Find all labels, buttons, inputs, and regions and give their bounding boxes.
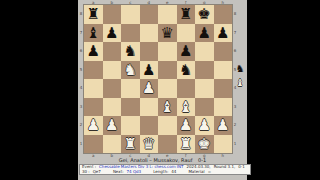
piece-black-pawn: ♟ xyxy=(179,42,192,61)
square-c4[interactable] xyxy=(121,79,140,98)
square-c7[interactable] xyxy=(121,24,140,43)
square-e7[interactable]: ♛ xyxy=(158,24,177,43)
square-a7[interactable]: ♝ xyxy=(84,24,103,43)
piece-white-pawn: ♟ xyxy=(216,116,229,135)
piece-black-knight: ♞ xyxy=(179,61,192,80)
square-b2[interactable]: ♟ xyxy=(103,116,122,135)
square-d8[interactable] xyxy=(140,5,159,24)
square-f3[interactable]: ♝ xyxy=(177,98,196,117)
square-e2[interactable] xyxy=(158,116,177,135)
square-a5[interactable] xyxy=(84,61,103,80)
piece-black-king: ♚ xyxy=(198,5,211,24)
square-d7[interactable] xyxy=(140,24,159,43)
piece-black-knight: ♞ xyxy=(124,42,137,61)
piece-white-knight: ♞ xyxy=(124,61,137,80)
square-b4[interactable] xyxy=(103,79,122,98)
players-separator: – xyxy=(149,157,152,163)
piece-white-queen: ♛ xyxy=(142,135,155,154)
square-b8[interactable] xyxy=(103,5,122,24)
square-a3[interactable] xyxy=(84,98,103,117)
piece-white-pawn: ♟ xyxy=(142,79,155,98)
square-h3[interactable] xyxy=(214,98,233,117)
square-e4[interactable] xyxy=(158,79,177,98)
material-label: Material xyxy=(188,170,204,175)
piece-white-bishop: ♝ xyxy=(161,98,174,117)
length-value: 44 xyxy=(171,170,176,175)
square-f8[interactable]: ♜ xyxy=(177,5,196,24)
square-f6[interactable]: ♟ xyxy=(177,42,196,61)
square-h1[interactable] xyxy=(214,135,233,154)
material-value: = xyxy=(208,170,211,175)
square-f1[interactable]: ♜ xyxy=(177,135,196,154)
piece-white-rook: ♜ xyxy=(179,135,192,154)
square-h7[interactable]: ♟ xyxy=(214,24,233,43)
video-frame: abcdefgh abcdefgh 87654321 87654321 ♜♜♚♝… xyxy=(0,0,320,180)
piece-white-bishop: ♝ xyxy=(179,98,192,117)
captured-black-knight-icon: ♞ xyxy=(236,64,245,74)
players-header: Gei, Anatoli – Mussakov, Rauf 0-1 xyxy=(78,157,247,163)
piece-black-pawn: ♟ xyxy=(142,61,155,80)
square-f2[interactable]: ♟ xyxy=(177,116,196,135)
square-h6[interactable] xyxy=(214,42,233,61)
piece-white-rook: ♜ xyxy=(124,135,137,154)
piece-black-pawn: ♟ xyxy=(105,24,118,43)
square-c2[interactable] xyxy=(121,116,140,135)
piece-white-king: ♚ xyxy=(198,135,211,154)
rank-label-8: 8 xyxy=(232,5,238,24)
square-d6[interactable] xyxy=(140,42,159,61)
square-a1[interactable] xyxy=(84,135,103,154)
square-h4[interactable] xyxy=(214,79,233,98)
square-d3[interactable] xyxy=(140,98,159,117)
square-c3[interactable] xyxy=(121,98,140,117)
square-g1[interactable]: ♚ xyxy=(195,135,214,154)
square-e5[interactable] xyxy=(158,61,177,80)
square-c8[interactable] xyxy=(121,5,140,24)
square-b3[interactable] xyxy=(103,98,122,117)
square-h5[interactable] xyxy=(214,61,233,80)
square-e1[interactable] xyxy=(158,135,177,154)
piece-white-pawn: ♟ xyxy=(179,116,192,135)
square-e3[interactable]: ♝ xyxy=(158,98,177,117)
square-g2[interactable]: ♟ xyxy=(195,116,214,135)
next-move: 74 Qd3 xyxy=(127,170,142,175)
square-a6[interactable]: ♟ xyxy=(84,42,103,61)
square-e8[interactable] xyxy=(158,5,177,24)
piece-black-pawn: ♟ xyxy=(87,42,100,61)
square-f5[interactable]: ♞ xyxy=(177,61,196,80)
square-d2[interactable] xyxy=(140,116,159,135)
square-g6[interactable] xyxy=(195,42,214,61)
move-number: 30 : xyxy=(82,170,90,175)
piece-black-rook: ♜ xyxy=(87,5,100,24)
event-round: Round 3.1, xyxy=(214,165,236,170)
rank-label-6: 6 xyxy=(232,42,238,61)
piece-white-pawn: ♟ xyxy=(105,116,118,135)
game-info-box: Event : Chessable Masters Div 3 L: chess… xyxy=(79,164,251,175)
game-result: 0-1 xyxy=(198,157,206,163)
black-player-name: Mussakov, Rauf xyxy=(153,157,192,163)
square-f7[interactable] xyxy=(177,24,196,43)
captured-white-bishop-icon: ♝ xyxy=(236,78,245,88)
square-g3[interactable] xyxy=(195,98,214,117)
rank-label-3: 3 xyxy=(232,98,238,117)
piece-white-pawn: ♟ xyxy=(87,116,100,135)
square-b1[interactable] xyxy=(103,135,122,154)
square-h2[interactable]: ♟ xyxy=(214,116,233,135)
square-f4[interactable] xyxy=(177,79,196,98)
square-d5[interactable]: ♟ xyxy=(140,61,159,80)
square-g4[interactable] xyxy=(195,79,214,98)
rank-label-2: 2 xyxy=(232,116,238,135)
piece-black-rook: ♜ xyxy=(179,5,192,24)
square-e6[interactable] xyxy=(158,42,177,61)
square-d1[interactable]: ♛ xyxy=(140,135,159,154)
piece-white-pawn: ♟ xyxy=(198,116,211,135)
rank-label-1: 1 xyxy=(232,135,238,154)
piece-black-queen: ♛ xyxy=(161,24,174,43)
white-player-name: Gei, Anatoli xyxy=(119,157,148,163)
square-g5[interactable] xyxy=(195,61,214,80)
square-h8[interactable] xyxy=(214,5,233,24)
captured-material-tray: ♞♝ xyxy=(234,64,246,88)
square-c6[interactable]: ♞ xyxy=(121,42,140,61)
chess-board[interactable]: ♜♜♚♝♟♛♟♟♟♞♟♞♟♞♟♝♝♟♟♟♟♟♜♛♜♚ xyxy=(84,5,232,153)
square-b6[interactable] xyxy=(103,42,122,61)
square-g7[interactable]: ♟ xyxy=(195,24,214,43)
rank-label-7: 7 xyxy=(232,24,238,43)
square-d4[interactable]: ♟ xyxy=(140,79,159,98)
piece-black-pawn: ♟ xyxy=(216,24,229,43)
square-a8[interactable]: ♜ xyxy=(84,5,103,24)
length-label: Length: xyxy=(153,170,168,175)
piece-black-bishop: ♝ xyxy=(87,24,100,43)
next-label: Next: xyxy=(113,170,124,175)
piece-black-pawn: ♟ xyxy=(198,24,211,43)
square-c1[interactable]: ♜ xyxy=(121,135,140,154)
event-result: 0-1 xyxy=(238,165,245,170)
square-b7[interactable]: ♟ xyxy=(103,24,122,43)
square-c5[interactable]: ♞ xyxy=(121,61,140,80)
square-a2[interactable]: ♟ xyxy=(84,116,103,135)
square-g8[interactable]: ♚ xyxy=(195,5,214,24)
move-played: Qe7 xyxy=(93,170,101,175)
status-row: 30 : Qe7 Next: 74 Qd3 Length: 44 Materia… xyxy=(82,170,248,175)
square-b5[interactable] xyxy=(103,61,122,80)
square-a4[interactable] xyxy=(84,79,103,98)
